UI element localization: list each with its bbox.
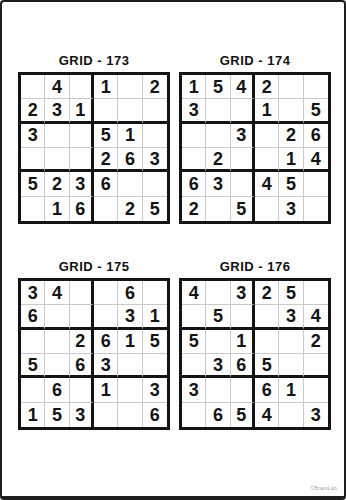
cell-r2c1[interactable]: 3	[182, 99, 206, 123]
cell-r4c2[interactable]: 3	[206, 354, 230, 378]
puzzle-grid-173: GRID - 173 41223135126352361625	[18, 53, 170, 224]
cell-r2c3[interactable]	[231, 305, 255, 329]
cell-r5c6[interactable]	[304, 378, 328, 402]
cell-r1c1[interactable]: 4	[182, 281, 206, 305]
puzzle-title: GRID - 175	[18, 259, 170, 274]
cell-r3c2[interactable]	[45, 124, 69, 148]
cell-r5c2[interactable]	[206, 378, 230, 402]
cell-r2c4[interactable]: 1	[255, 99, 279, 123]
cell-r2c1[interactable]	[182, 305, 206, 329]
cell-r5c1[interactable]: 5	[21, 172, 45, 196]
cell-r3c2[interactable]	[206, 124, 230, 148]
cell-r2c5[interactable]	[279, 99, 303, 123]
cell-r2c4[interactable]	[94, 99, 118, 123]
cell-r6c2[interactable]: 6	[206, 403, 230, 427]
cell-r2c4[interactable]	[94, 305, 118, 329]
cell-r3c4[interactable]	[255, 124, 279, 148]
sudoku-board-176: 43255345123653616543	[179, 278, 331, 430]
cell-r3c4[interactable]: 5	[94, 124, 118, 148]
cell-r4c2[interactable]: 2	[206, 148, 230, 172]
cell-r2c6[interactable]	[143, 99, 167, 123]
cell-r1c5[interactable]	[118, 75, 142, 99]
cell-r6c2[interactable]: 5	[45, 403, 69, 427]
cell-r4c1[interactable]	[182, 148, 206, 172]
cell-r5c2[interactable]: 3	[206, 172, 230, 196]
cell-r1c1[interactable]: 1	[182, 75, 206, 99]
cell-r5c4[interactable]: 6	[94, 172, 118, 196]
cell-r6c3[interactable]: 5	[231, 403, 255, 427]
cell-r4c3[interactable]: 6	[231, 354, 255, 378]
cell-r5c3[interactable]	[231, 378, 255, 402]
cell-r4c1[interactable]	[182, 354, 206, 378]
cell-r4c4[interactable]: 3	[94, 354, 118, 378]
cell-r3c6[interactable]: 5	[143, 330, 167, 354]
cell-r5c5[interactable]: 1	[279, 378, 303, 402]
cell-r1c6[interactable]: 2	[143, 75, 167, 99]
cell-r4c2[interactable]	[45, 148, 69, 172]
cell-r4c5[interactable]	[279, 354, 303, 378]
cell-r5c4[interactable]: 1	[94, 378, 118, 402]
cell-r2c3[interactable]	[70, 305, 94, 329]
cell-r6c2[interactable]: 1	[45, 197, 69, 221]
cell-r3c1[interactable]: 5	[182, 330, 206, 354]
cell-r1c3[interactable]	[70, 75, 94, 99]
cell-r4c4[interactable]: 2	[94, 148, 118, 172]
cell-r1c4[interactable]: 2	[255, 281, 279, 305]
cell-r2c4[interactable]	[255, 305, 279, 329]
cell-r2c6[interactable]: 5	[304, 99, 328, 123]
cell-r6c4[interactable]	[94, 403, 118, 427]
cell-r6c3[interactable]: 6	[70, 197, 94, 221]
cell-r2c5[interactable]	[118, 99, 142, 123]
cell-r4c2[interactable]	[45, 354, 69, 378]
puzzle-title: GRID - 174	[179, 53, 331, 68]
cell-r6c1[interactable]	[21, 197, 45, 221]
cell-r6c2[interactable]	[206, 197, 230, 221]
cell-r1c2[interactable]: 4	[45, 75, 69, 99]
cell-r1c6[interactable]	[143, 281, 167, 305]
cell-r2c5[interactable]: 3	[118, 305, 142, 329]
puzzle-grid-175: GRID - 175 34663126155636131536	[18, 259, 170, 430]
cell-r3c1[interactable]: 3	[21, 124, 45, 148]
cell-r1c5[interactable]	[279, 75, 303, 99]
cell-r5c5[interactable]	[118, 172, 142, 196]
cell-r5c1[interactable]: 6	[182, 172, 206, 196]
cell-r6c1[interactable]	[182, 403, 206, 427]
cell-r2c2[interactable]: 3	[45, 99, 69, 123]
cell-r5c2[interactable]: 2	[45, 172, 69, 196]
cell-r4c4[interactable]: 5	[255, 354, 279, 378]
cell-r3c5[interactable]: 1	[118, 330, 142, 354]
cell-r1c6[interactable]	[304, 281, 328, 305]
cell-r5c6[interactable]	[304, 172, 328, 196]
cell-r5c2[interactable]: 6	[45, 378, 69, 402]
cell-r4c3[interactable]: 6	[70, 354, 94, 378]
cell-r4c3[interactable]	[70, 148, 94, 172]
sudoku-board-173: 41223135126352361625	[18, 72, 170, 224]
cell-r1c3[interactable]: 3	[231, 281, 255, 305]
cell-r6c6[interactable]: 3	[304, 403, 328, 427]
cell-r4c6[interactable]: 3	[143, 148, 167, 172]
cell-r5c3[interactable]: 3	[70, 172, 94, 196]
cell-r2c2[interactable]: 5	[206, 305, 230, 329]
cell-r6c3[interactable]: 5	[231, 197, 255, 221]
cell-r2c3[interactable]: 1	[70, 99, 94, 123]
cell-r4c3[interactable]	[231, 148, 255, 172]
cell-r1c2[interactable]: 5	[206, 75, 230, 99]
cell-r3c6[interactable]: 2	[304, 330, 328, 354]
cell-r4c6[interactable]	[143, 354, 167, 378]
cell-r6c5[interactable]: 3	[279, 197, 303, 221]
cell-r4c1[interactable]	[21, 148, 45, 172]
cell-r6c4[interactable]: 4	[255, 403, 279, 427]
cell-r5c5[interactable]	[118, 378, 142, 402]
cell-r4c6[interactable]: 4	[304, 148, 328, 172]
cell-r3c3[interactable]	[70, 124, 94, 148]
cell-r3c6[interactable]: 6	[304, 124, 328, 148]
sudoku-board-174: 15423153262146345253	[179, 72, 331, 224]
puzzle-grid-176: GRID - 176 43255345123653616543	[179, 259, 331, 430]
watermark: ©BrainLab	[311, 485, 337, 491]
cell-r5c4[interactable]: 6	[255, 378, 279, 402]
cell-r3c3[interactable]: 3	[231, 124, 255, 148]
cell-r6c4[interactable]	[255, 197, 279, 221]
cell-r2c3[interactable]	[231, 99, 255, 123]
cell-r6c5[interactable]: 2	[118, 197, 142, 221]
puzzle-title: GRID - 176	[179, 259, 331, 274]
cell-r4c5[interactable]: 1	[279, 148, 303, 172]
cell-r4c1[interactable]: 5	[21, 354, 45, 378]
cell-r2c2[interactable]	[45, 305, 69, 329]
cell-r6c6[interactable]: 5	[143, 197, 167, 221]
cell-r6c5[interactable]	[118, 403, 142, 427]
cell-r3c5[interactable]: 1	[118, 124, 142, 148]
cell-r3c5[interactable]	[279, 330, 303, 354]
cell-r6c1[interactable]: 1	[21, 403, 45, 427]
cell-r2c1[interactable]: 6	[21, 305, 45, 329]
cell-r1c3[interactable]: 4	[231, 75, 255, 99]
cell-r1c1[interactable]: 3	[21, 281, 45, 305]
cell-r6c5[interactable]	[279, 403, 303, 427]
cell-r3c2[interactable]	[45, 330, 69, 354]
cell-r1c2[interactable]: 4	[45, 281, 69, 305]
cell-r3c4[interactable]	[255, 330, 279, 354]
cell-r1c1[interactable]	[21, 75, 45, 99]
cell-r6c4[interactable]	[94, 197, 118, 221]
cell-r5c6[interactable]: 3	[143, 378, 167, 402]
puzzle-title: GRID - 173	[18, 53, 170, 68]
cell-r1c5[interactable]: 5	[279, 281, 303, 305]
cell-r2c2[interactable]	[206, 99, 230, 123]
cell-r5c3[interactable]	[70, 378, 94, 402]
cell-r5c1[interactable]: 3	[182, 378, 206, 402]
cell-r2c5[interactable]: 3	[279, 305, 303, 329]
cell-r3c5[interactable]: 2	[279, 124, 303, 148]
cell-r4c5[interactable]	[118, 354, 142, 378]
cell-r6c6[interactable]: 6	[143, 403, 167, 427]
puzzle-grid-174: GRID - 174 15423153262146345253	[179, 53, 331, 224]
cell-r3c3[interactable]: 1	[231, 330, 255, 354]
cell-r6c3[interactable]: 3	[70, 403, 94, 427]
cell-r1c2[interactable]	[206, 281, 230, 305]
cell-r2c6[interactable]: 4	[304, 305, 328, 329]
cell-r5c4[interactable]: 4	[255, 172, 279, 196]
cell-r1c3[interactable]	[70, 281, 94, 305]
worksheet-page: GRID - 173 41223135126352361625 GRID - 1…	[0, 0, 346, 500]
cell-r1c5[interactable]: 6	[118, 281, 142, 305]
cell-r3c1[interactable]	[21, 330, 45, 354]
sudoku-board-175: 34663126155636131536	[18, 278, 170, 430]
cell-r6c6[interactable]	[304, 197, 328, 221]
cell-r3c1[interactable]	[182, 124, 206, 148]
cell-r5c3[interactable]	[231, 172, 255, 196]
cell-r4c6[interactable]	[304, 354, 328, 378]
cell-r2c6[interactable]: 1	[143, 305, 167, 329]
cell-r1c4[interactable]: 2	[255, 75, 279, 99]
cell-r1c4[interactable]	[94, 281, 118, 305]
cell-r2c1[interactable]: 2	[21, 99, 45, 123]
cell-r3c2[interactable]	[206, 330, 230, 354]
cell-r3c3[interactable]: 2	[70, 330, 94, 354]
cell-r4c5[interactable]: 6	[118, 148, 142, 172]
cell-r3c4[interactable]: 6	[94, 330, 118, 354]
cell-r4c4[interactable]	[255, 148, 279, 172]
cell-r5c5[interactable]: 5	[279, 172, 303, 196]
cell-r3c6[interactable]	[143, 124, 167, 148]
cell-r5c1[interactable]	[21, 378, 45, 402]
cell-r1c6[interactable]	[304, 75, 328, 99]
cell-r5c6[interactable]	[143, 172, 167, 196]
cell-r6c1[interactable]: 2	[182, 197, 206, 221]
cell-r1c4[interactable]: 1	[94, 75, 118, 99]
